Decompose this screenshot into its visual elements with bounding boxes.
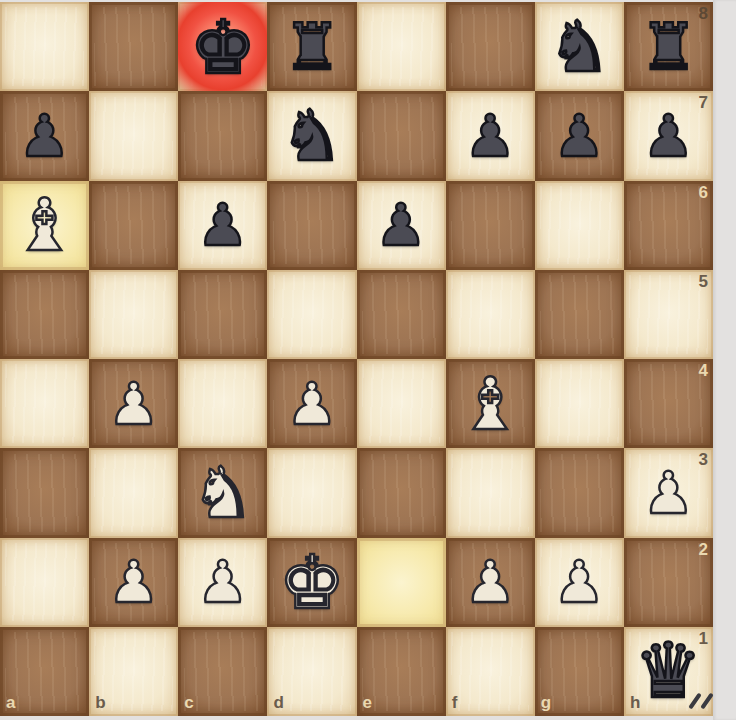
black-pawn[interactable]: ♟ — [19, 107, 71, 165]
black-rook[interactable]: ♜ — [640, 15, 697, 79]
square-h6[interactable]: 6 — [624, 181, 713, 270]
square-d6[interactable] — [267, 181, 356, 270]
file-label-a: a — [6, 693, 15, 713]
square-h4[interactable]: 4 — [624, 359, 713, 448]
square-b5[interactable] — [89, 270, 178, 359]
black-pawn[interactable]: ♟ — [553, 107, 605, 165]
square-d7[interactable]: ♞ — [267, 91, 356, 180]
file-label-d: d — [273, 693, 283, 713]
square-e4[interactable] — [357, 359, 446, 448]
square-e2[interactable] — [357, 538, 446, 627]
black-pawn[interactable]: ♟ — [642, 107, 694, 165]
square-c6[interactable]: ♟ — [178, 181, 267, 270]
square-c2[interactable]: ♟ — [178, 538, 267, 627]
square-g4[interactable] — [535, 359, 624, 448]
square-a6[interactable]: ♝ — [0, 181, 89, 270]
rank-label-8: 8 — [699, 4, 708, 24]
slash-icon — [700, 692, 714, 709]
white-pawn[interactable]: ♟ — [286, 375, 338, 433]
white-knight[interactable]: ♞ — [191, 458, 254, 528]
rank-label-7: 7 — [699, 93, 708, 113]
square-e6[interactable]: ♟ — [357, 181, 446, 270]
file-label-e: e — [363, 693, 372, 713]
square-a1[interactable]: a — [0, 627, 89, 716]
square-g8[interactable]: ♞ — [535, 2, 624, 91]
square-f2[interactable]: ♟ — [446, 538, 535, 627]
square-a4[interactable] — [0, 359, 89, 448]
square-d2[interactable]: ♚ — [267, 538, 356, 627]
rank-label-2: 2 — [699, 540, 708, 560]
white-pawn[interactable]: ♟ — [197, 553, 249, 611]
square-b8[interactable] — [89, 2, 178, 91]
file-label-b: b — [95, 693, 105, 713]
black-knight[interactable]: ♞ — [281, 101, 344, 171]
black-knight[interactable]: ♞ — [548, 12, 611, 82]
square-c5[interactable] — [178, 270, 267, 359]
square-f4[interactable]: ♝ — [446, 359, 535, 448]
square-a2[interactable] — [0, 538, 89, 627]
file-label-g: g — [541, 693, 551, 713]
file-label-c: c — [184, 693, 193, 713]
square-h8[interactable]: ♜8 — [624, 2, 713, 91]
square-h3[interactable]: ♟3 — [624, 448, 713, 537]
square-f8[interactable] — [446, 2, 535, 91]
square-a5[interactable] — [0, 270, 89, 359]
lastmove-yellow-highlight — [357, 538, 446, 627]
white-pawn[interactable]: ♟ — [642, 464, 694, 522]
square-e7[interactable] — [357, 91, 446, 180]
black-king[interactable]: ♚ — [190, 10, 256, 84]
square-f1[interactable]: f — [446, 627, 535, 716]
square-e8[interactable] — [357, 2, 446, 91]
square-h7[interactable]: ♟7 — [624, 91, 713, 180]
square-c7[interactable] — [178, 91, 267, 180]
square-d3[interactable] — [267, 448, 356, 537]
square-c8[interactable]: ♚ — [178, 2, 267, 91]
square-a7[interactable]: ♟ — [0, 91, 89, 180]
black-pawn[interactable]: ♟ — [197, 196, 249, 254]
square-b2[interactable]: ♟ — [89, 538, 178, 627]
square-b6[interactable] — [89, 181, 178, 270]
square-g7[interactable]: ♟ — [535, 91, 624, 180]
white-pawn[interactable]: ♟ — [108, 375, 160, 433]
black-rook[interactable]: ♜ — [283, 15, 340, 79]
square-e3[interactable] — [357, 448, 446, 537]
corner-slash-mark — [687, 686, 719, 716]
square-e5[interactable] — [357, 270, 446, 359]
rank-label-6: 6 — [699, 183, 708, 203]
square-g3[interactable] — [535, 448, 624, 537]
white-bishop[interactable]: ♝ — [12, 189, 77, 261]
white-pawn[interactable]: ♟ — [553, 553, 605, 611]
square-h2[interactable]: 2 — [624, 538, 713, 627]
square-b7[interactable] — [89, 91, 178, 180]
rank-label-4: 4 — [699, 361, 708, 381]
square-h5[interactable]: 5 — [624, 270, 713, 359]
square-g1[interactable]: g — [535, 627, 624, 716]
square-c3[interactable]: ♞ — [178, 448, 267, 537]
white-pawn[interactable]: ♟ — [108, 553, 160, 611]
white-bishop[interactable]: ♝ — [458, 368, 523, 440]
black-pawn[interactable]: ♟ — [375, 196, 427, 254]
square-f3[interactable] — [446, 448, 535, 537]
file-label-f: f — [452, 693, 458, 713]
square-a3[interactable] — [0, 448, 89, 537]
square-d4[interactable]: ♟ — [267, 359, 356, 448]
square-e1[interactable]: e — [357, 627, 446, 716]
square-a8[interactable] — [0, 2, 89, 91]
rank-label-3: 3 — [699, 450, 708, 470]
white-pawn[interactable]: ♟ — [464, 553, 516, 611]
black-pawn[interactable]: ♟ — [464, 107, 516, 165]
square-f5[interactable] — [446, 270, 535, 359]
chess-board: ♚♜♞♜8♟♞♟♟♟7♝♟♟65♟♟♝4♞♟3♟♟♚♟♟2abcdefg♛h1 — [0, 2, 713, 716]
square-f6[interactable] — [446, 181, 535, 270]
square-g5[interactable] — [535, 270, 624, 359]
square-b4[interactable]: ♟ — [89, 359, 178, 448]
white-king[interactable]: ♚ — [279, 545, 345, 619]
square-d8[interactable]: ♜ — [267, 2, 356, 91]
board-margin — [713, 0, 736, 720]
square-c4[interactable] — [178, 359, 267, 448]
square-g2[interactable]: ♟ — [535, 538, 624, 627]
square-f7[interactable]: ♟ — [446, 91, 535, 180]
square-b3[interactable] — [89, 448, 178, 537]
square-g6[interactable] — [535, 181, 624, 270]
square-c1[interactable]: c — [178, 627, 267, 716]
square-d5[interactable] — [267, 270, 356, 359]
square-d1[interactable]: d — [267, 627, 356, 716]
rank-label-5: 5 — [699, 272, 708, 292]
chess-app: ♚♜♞♜8♟♞♟♟♟7♝♟♟65♟♟♝4♞♟3♟♟♚♟♟2abcdefg♛h1 — [0, 0, 736, 720]
square-b1[interactable]: b — [89, 627, 178, 716]
